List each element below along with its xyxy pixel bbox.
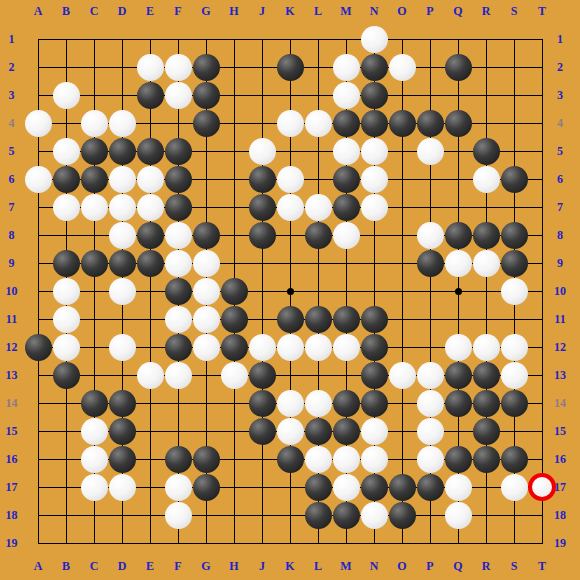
column-labels-bottom: ABCDEFGHJKLMNOPQRST [24, 555, 556, 578]
stone-black-R14 [473, 390, 500, 417]
col-label-H: H [220, 0, 248, 23]
stone-white-L7 [305, 194, 332, 221]
col-label-E: E [136, 555, 164, 578]
col-label-C: C [80, 0, 108, 23]
stone-white-R9 [473, 250, 500, 277]
stone-white-N15 [361, 418, 388, 445]
col-label-J: J [248, 0, 276, 23]
stone-white-K4 [277, 110, 304, 137]
stone-white-O13 [389, 362, 416, 389]
stone-black-B6 [53, 166, 80, 193]
stone-white-R12 [473, 334, 500, 361]
col-label-R: R [472, 555, 500, 578]
star-point-Q10 [455, 288, 462, 295]
stone-black-Q4 [445, 110, 472, 137]
col-label-D: D [108, 0, 136, 23]
stone-white-S17 [501, 474, 528, 501]
stone-white-B5 [53, 138, 80, 165]
stone-white-D4 [109, 110, 136, 137]
row-label-6: 6 [0, 165, 23, 193]
stone-white-A4 [25, 110, 52, 137]
stone-black-A12 [25, 334, 52, 361]
stone-black-L18 [305, 502, 332, 529]
stone-white-G12 [193, 334, 220, 361]
stone-black-N13 [361, 362, 388, 389]
col-label-F: F [164, 0, 192, 23]
stone-white-F17 [165, 474, 192, 501]
stone-black-E9 [137, 250, 164, 277]
col-label-S: S [500, 555, 528, 578]
row-label-10: 10 [0, 277, 23, 305]
col-label-E: E [136, 0, 164, 23]
row-label-18: 18 [0, 501, 23, 529]
stone-black-E3 [137, 82, 164, 109]
stone-black-C9 [81, 250, 108, 277]
stone-white-Q17 [445, 474, 472, 501]
row-label-16: 16 [0, 445, 23, 473]
stone-white-D6 [109, 166, 136, 193]
stone-white-P13 [417, 362, 444, 389]
stone-white-C15 [81, 418, 108, 445]
row-label-17: 17 [0, 473, 23, 501]
stone-black-D16 [109, 446, 136, 473]
stone-white-D10 [109, 278, 136, 305]
col-label-A: A [24, 0, 52, 23]
row-label-15: 15 [0, 417, 23, 445]
stone-black-S14 [501, 390, 528, 417]
stone-black-Q13 [445, 362, 472, 389]
row-label-14: 14 [0, 389, 23, 417]
star-point-K10 [287, 288, 294, 295]
stone-white-S13 [501, 362, 528, 389]
stone-black-G8 [193, 222, 220, 249]
col-label-M: M [332, 555, 360, 578]
stone-white-R6 [473, 166, 500, 193]
stone-black-F7 [165, 194, 192, 221]
stone-white-D8 [109, 222, 136, 249]
stone-black-F16 [165, 446, 192, 473]
stone-black-L8 [305, 222, 332, 249]
stone-white-Q9 [445, 250, 472, 277]
stone-black-G16 [193, 446, 220, 473]
col-label-D: D [108, 555, 136, 578]
stone-white-K12 [277, 334, 304, 361]
stone-white-F2 [165, 54, 192, 81]
go-board: ABCDEFGHJKLMNOPQRST ABCDEFGHJKLMNOPQRST … [0, 0, 580, 580]
board-area [24, 25, 556, 557]
col-label-M: M [332, 0, 360, 23]
stone-black-Q14 [445, 390, 472, 417]
stone-white-N7 [361, 194, 388, 221]
stone-black-S16 [501, 446, 528, 473]
row-labels-left: 12345678910111213141516171819 [0, 25, 23, 557]
stone-black-M18 [333, 502, 360, 529]
stone-black-R16 [473, 446, 500, 473]
stone-white-T17-last-move-marker [528, 473, 556, 501]
stone-white-F8 [165, 222, 192, 249]
stone-black-J15 [249, 418, 276, 445]
stone-white-C16 [81, 446, 108, 473]
stone-white-E6 [137, 166, 164, 193]
stone-black-F12 [165, 334, 192, 361]
stone-black-M11 [333, 306, 360, 333]
stone-white-C7 [81, 194, 108, 221]
stone-black-R15 [473, 418, 500, 445]
column-labels-top: ABCDEFGHJKLMNOPQRST [24, 0, 556, 23]
stone-white-A6 [25, 166, 52, 193]
stone-black-M4 [333, 110, 360, 137]
stone-black-P4 [417, 110, 444, 137]
stone-white-D7 [109, 194, 136, 221]
stone-black-O18 [389, 502, 416, 529]
row-label-11: 11 [0, 305, 23, 333]
stone-black-C5 [81, 138, 108, 165]
stone-black-N14 [361, 390, 388, 417]
stone-black-J14 [249, 390, 276, 417]
stone-black-Q2 [445, 54, 472, 81]
row-label-4: 4 [0, 109, 23, 137]
stone-black-F6 [165, 166, 192, 193]
col-label-G: G [192, 0, 220, 23]
stone-black-F5 [165, 138, 192, 165]
stone-black-S9 [501, 250, 528, 277]
stone-black-G3 [193, 82, 220, 109]
stone-black-B9 [53, 250, 80, 277]
stone-white-K14 [277, 390, 304, 417]
stone-black-K16 [277, 446, 304, 473]
stone-white-F11 [165, 306, 192, 333]
stone-white-N5 [361, 138, 388, 165]
stone-black-R8 [473, 222, 500, 249]
stone-white-P5 [417, 138, 444, 165]
stone-white-F13 [165, 362, 192, 389]
col-label-T: T [528, 0, 556, 23]
stone-black-M6 [333, 166, 360, 193]
stone-white-K15 [277, 418, 304, 445]
row-label-19: 19 [0, 529, 23, 557]
col-label-O: O [388, 0, 416, 23]
stone-white-N16 [361, 446, 388, 473]
stone-black-C14 [81, 390, 108, 417]
row-label-12: 12 [0, 333, 23, 361]
stone-black-F10 [165, 278, 192, 305]
stone-white-L16 [305, 446, 332, 473]
stone-black-J13 [249, 362, 276, 389]
col-label-L: L [304, 555, 332, 578]
stone-black-G4 [193, 110, 220, 137]
col-label-P: P [416, 555, 444, 578]
stone-black-R5 [473, 138, 500, 165]
col-label-F: F [164, 555, 192, 578]
stone-white-N18 [361, 502, 388, 529]
stone-black-R13 [473, 362, 500, 389]
stone-black-J6 [249, 166, 276, 193]
col-label-H: H [220, 555, 248, 578]
row-label-3: 3 [0, 81, 23, 109]
stone-white-M5 [333, 138, 360, 165]
col-label-Q: Q [444, 555, 472, 578]
row-label-13: 13 [0, 361, 23, 389]
stone-white-J12 [249, 334, 276, 361]
stone-white-K7 [277, 194, 304, 221]
col-label-B: B [52, 555, 80, 578]
stone-white-F9 [165, 250, 192, 277]
col-label-A: A [24, 555, 52, 578]
stone-black-N4 [361, 110, 388, 137]
stone-white-O2 [389, 54, 416, 81]
col-label-O: O [388, 555, 416, 578]
stone-white-P14 [417, 390, 444, 417]
stone-black-M7 [333, 194, 360, 221]
col-label-P: P [416, 0, 444, 23]
col-label-K: K [276, 0, 304, 23]
stone-white-N1 [361, 26, 388, 53]
col-label-G: G [192, 555, 220, 578]
stone-black-H11 [221, 306, 248, 333]
col-label-N: N [360, 555, 388, 578]
stone-white-F18 [165, 502, 192, 529]
stone-white-B11 [53, 306, 80, 333]
stone-white-Q18 [445, 502, 472, 529]
stone-black-P17 [417, 474, 444, 501]
stone-black-K11 [277, 306, 304, 333]
stone-black-E5 [137, 138, 164, 165]
row-label-7: 7 [0, 193, 23, 221]
stone-white-H13 [221, 362, 248, 389]
stone-white-B12 [53, 334, 80, 361]
stone-black-K2 [277, 54, 304, 81]
stones-layer [24, 25, 556, 557]
stone-white-E2 [137, 54, 164, 81]
stone-black-H10 [221, 278, 248, 305]
col-label-J: J [248, 555, 276, 578]
stone-white-K6 [277, 166, 304, 193]
stone-black-B13 [53, 362, 80, 389]
stone-black-O17 [389, 474, 416, 501]
stone-white-J5 [249, 138, 276, 165]
stone-white-C4 [81, 110, 108, 137]
stone-black-L15 [305, 418, 332, 445]
stone-white-E7 [137, 194, 164, 221]
stone-black-S8 [501, 222, 528, 249]
stone-white-L4 [305, 110, 332, 137]
stone-black-N17 [361, 474, 388, 501]
stone-white-P16 [417, 446, 444, 473]
stone-white-S10 [501, 278, 528, 305]
stone-black-G17 [193, 474, 220, 501]
stone-white-M16 [333, 446, 360, 473]
stone-black-P9 [417, 250, 444, 277]
stone-white-M3 [333, 82, 360, 109]
stone-white-S12 [501, 334, 528, 361]
stone-white-M12 [333, 334, 360, 361]
row-label-1: 1 [0, 25, 23, 53]
col-label-Q: Q [444, 0, 472, 23]
stone-white-G9 [193, 250, 220, 277]
stone-black-D14 [109, 390, 136, 417]
col-label-T: T [528, 555, 556, 578]
stone-black-O4 [389, 110, 416, 137]
stone-black-C6 [81, 166, 108, 193]
stone-black-E8 [137, 222, 164, 249]
stone-black-D9 [109, 250, 136, 277]
stone-black-L11 [305, 306, 332, 333]
stone-black-D15 [109, 418, 136, 445]
col-label-C: C [80, 555, 108, 578]
stone-white-B7 [53, 194, 80, 221]
stone-white-P8 [417, 222, 444, 249]
stone-white-C17 [81, 474, 108, 501]
row-label-2: 2 [0, 53, 23, 81]
col-label-K: K [276, 555, 304, 578]
stone-white-M17 [333, 474, 360, 501]
col-label-N: N [360, 0, 388, 23]
col-label-B: B [52, 0, 80, 23]
col-label-R: R [472, 0, 500, 23]
row-label-5: 5 [0, 137, 23, 165]
stone-white-G11 [193, 306, 220, 333]
stone-black-Q16 [445, 446, 472, 473]
stone-white-Q12 [445, 334, 472, 361]
stone-black-S6 [501, 166, 528, 193]
stone-black-N11 [361, 306, 388, 333]
col-label-S: S [500, 0, 528, 23]
stone-white-L12 [305, 334, 332, 361]
row-label-8: 8 [0, 221, 23, 249]
stone-white-M8 [333, 222, 360, 249]
stone-black-J7 [249, 194, 276, 221]
stone-black-M14 [333, 390, 360, 417]
stone-white-L14 [305, 390, 332, 417]
stone-white-D17 [109, 474, 136, 501]
stone-black-G2 [193, 54, 220, 81]
stone-black-D5 [109, 138, 136, 165]
stone-black-N12 [361, 334, 388, 361]
stone-white-P15 [417, 418, 444, 445]
stone-white-G10 [193, 278, 220, 305]
col-label-L: L [304, 0, 332, 23]
stone-black-N2 [361, 54, 388, 81]
row-label-9: 9 [0, 249, 23, 277]
stone-white-D12 [109, 334, 136, 361]
stone-white-F3 [165, 82, 192, 109]
stone-black-N3 [361, 82, 388, 109]
stone-black-M15 [333, 418, 360, 445]
stone-black-L17 [305, 474, 332, 501]
stone-black-Q8 [445, 222, 472, 249]
stone-black-H12 [221, 334, 248, 361]
stone-white-B3 [53, 82, 80, 109]
stone-white-E13 [137, 362, 164, 389]
stone-white-M2 [333, 54, 360, 81]
stone-white-N6 [361, 166, 388, 193]
stone-black-J8 [249, 222, 276, 249]
stone-white-B10 [53, 278, 80, 305]
